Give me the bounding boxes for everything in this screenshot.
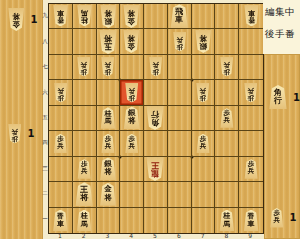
- board-cell[interactable]: [239, 106, 263, 131]
- board-cell[interactable]: [215, 131, 239, 156]
- board-cell[interactable]: 龍王: [144, 157, 168, 182]
- board-cell[interactable]: [73, 29, 97, 54]
- board-cell[interactable]: [120, 157, 144, 182]
- board-cell[interactable]: 玉将: [97, 29, 121, 54]
- board-cell[interactable]: [239, 55, 263, 80]
- shogi-piece-銀将[interactable]: 銀将: [100, 157, 117, 180]
- shogi-piece-銀将[interactable]: 銀将: [100, 5, 117, 28]
- board-cell[interactable]: [144, 4, 168, 29]
- shogi-piece-銀将[interactable]: 銀将: [195, 30, 212, 53]
- board-cell[interactable]: [239, 131, 263, 156]
- board-cell[interactable]: [168, 182, 192, 207]
- board-cell[interactable]: [168, 106, 192, 131]
- shogi-piece-桂馬[interactable]: 桂馬: [100, 107, 115, 129]
- shogi-piece-桂馬[interactable]: 桂馬: [77, 210, 92, 232]
- board-cell[interactable]: 銀将: [120, 106, 144, 131]
- shogi-piece-歩兵[interactable]: 歩兵: [196, 134, 210, 154]
- shogi-piece-角行[interactable]: 角行: [146, 106, 164, 130]
- board-cell[interactable]: [215, 80, 239, 105]
- shogi-piece-香車[interactable]: 香車: [244, 210, 259, 232]
- board-cell[interactable]: [215, 182, 239, 207]
- board-cell[interactable]: 桂馬: [73, 4, 97, 29]
- board-cell[interactable]: [73, 131, 97, 156]
- board-cell[interactable]: 桂馬: [73, 208, 97, 233]
- status-panel: 編集中 後手番: [263, 0, 300, 54]
- board-cell[interactable]: [239, 182, 263, 207]
- shogi-editor-screen: 金将1 歩兵1 九八七六五四三二一 香車桂馬銀将金将飛車香車玉将金将歩兵銀将歩兵…: [0, 0, 300, 239]
- board-cell[interactable]: 歩兵: [144, 55, 168, 80]
- board-cell[interactable]: 銀将: [192, 29, 216, 54]
- board-cell[interactable]: 歩兵: [215, 106, 239, 131]
- board-cell[interactable]: [215, 29, 239, 54]
- shogi-piece-金将[interactable]: 金将: [123, 30, 140, 53]
- board-cell[interactable]: [97, 80, 121, 105]
- board-cell[interactable]: 歩兵: [192, 131, 216, 156]
- board-cell[interactable]: 角行: [144, 106, 168, 131]
- board-cell[interactable]: 歩兵: [215, 55, 239, 80]
- shogi-piece-歩兵[interactable]: 歩兵: [77, 57, 91, 77]
- shogi-piece-歩兵[interactable]: 歩兵: [244, 83, 258, 103]
- shogi-piece-歩兵[interactable]: 歩兵: [244, 159, 258, 179]
- board-cell[interactable]: 香車: [49, 4, 73, 29]
- board-cell[interactable]: [49, 29, 73, 54]
- board-cell[interactable]: 歩兵: [239, 157, 263, 182]
- shogi-piece-歩兵[interactable]: 歩兵: [220, 57, 234, 77]
- board-cell[interactable]: [192, 4, 216, 29]
- board-cell[interactable]: 歩兵: [120, 80, 144, 105]
- board-cell[interactable]: [168, 80, 192, 105]
- board-cell[interactable]: [144, 182, 168, 207]
- shogi-piece-歩兵[interactable]: 歩兵: [196, 83, 210, 103]
- hand-piece-count: 1: [28, 128, 35, 139]
- board-cell[interactable]: [120, 182, 144, 207]
- board-cell[interactable]: 歩兵: [120, 131, 144, 156]
- board-cell[interactable]: [49, 182, 73, 207]
- board-cell[interactable]: 桂馬: [215, 208, 239, 233]
- board-cell[interactable]: [192, 55, 216, 80]
- board-cell[interactable]: 王将: [73, 182, 97, 207]
- sente-hand-slot-pawn[interactable]: 歩兵1: [8, 124, 34, 144]
- board-cell[interactable]: 歩兵: [73, 55, 97, 80]
- board-cell[interactable]: [192, 106, 216, 131]
- board-cell[interactable]: [144, 208, 168, 233]
- gote-hand-slot-bishop[interactable]: 角行1: [269, 85, 300, 109]
- board-cell[interactable]: 歩兵: [97, 131, 121, 156]
- board-cell[interactable]: [144, 80, 168, 105]
- board-cell[interactable]: 歩兵: [73, 157, 97, 182]
- hand-piece-count: 1: [293, 92, 300, 103]
- shogi-piece-歩兵[interactable]: 歩兵: [54, 134, 68, 154]
- board-cell[interactable]: [144, 29, 168, 54]
- board-cell[interactable]: 金将: [97, 182, 121, 207]
- board-cell[interactable]: [168, 157, 192, 182]
- shogi-piece-香車[interactable]: 香車: [244, 5, 259, 27]
- shogi-piece-歩兵[interactable]: 歩兵: [77, 159, 91, 179]
- board-cell[interactable]: [49, 157, 73, 182]
- status-turn: 後手番: [265, 28, 299, 41]
- shogi-piece-歩兵[interactable]: 歩兵: [101, 57, 115, 77]
- board-cell[interactable]: [49, 106, 73, 131]
- board-cell[interactable]: [192, 208, 216, 233]
- shogi-piece-歩兵[interactable]: 歩兵: [220, 108, 234, 128]
- file-labels: 123456789: [48, 232, 262, 239]
- board-cell[interactable]: [168, 131, 192, 156]
- board-cell[interactable]: [144, 131, 168, 156]
- board-cell[interactable]: [239, 29, 263, 54]
- shogi-piece-歩兵[interactable]: 歩兵: [149, 57, 163, 77]
- board-cell[interactable]: [168, 55, 192, 80]
- board-cell[interactable]: 桂馬: [97, 106, 121, 131]
- board-cell[interactable]: [120, 208, 144, 233]
- sente-hand-tray: 金将1 歩兵1: [0, 0, 43, 239]
- shogi-piece-桂馬[interactable]: 桂馬: [219, 210, 234, 232]
- board-cell[interactable]: 歩兵: [97, 55, 121, 80]
- board-cell[interactable]: 歩兵: [49, 80, 73, 105]
- shogi-piece-歩兵[interactable]: 歩兵: [101, 134, 115, 154]
- board-cell[interactable]: [73, 80, 97, 105]
- board-cell[interactable]: 歩兵: [192, 80, 216, 105]
- shogi-piece-金将[interactable]: 金将: [8, 8, 25, 31]
- shogi-piece-銀将[interactable]: 銀将: [123, 106, 140, 129]
- shogi-piece-角行[interactable]: 角行: [269, 85, 287, 109]
- board-cell[interactable]: 銀将: [97, 157, 121, 182]
- board-cell[interactable]: 歩兵: [239, 80, 263, 105]
- board-cell[interactable]: 金将: [120, 29, 144, 54]
- shogi-piece-香車[interactable]: 香車: [53, 210, 68, 232]
- shogi-piece-金将[interactable]: 金将: [100, 183, 117, 206]
- board-cell[interactable]: 香車: [49, 208, 73, 233]
- shogi-piece-歩兵[interactable]: 歩兵: [125, 134, 139, 154]
- shogi-piece-歩兵[interactable]: 歩兵: [173, 32, 187, 52]
- shogi-piece-歩兵[interactable]: 歩兵: [125, 83, 139, 103]
- board-cell[interactable]: [97, 208, 121, 233]
- board-cell[interactable]: [49, 55, 73, 80]
- board-cell[interactable]: [192, 182, 216, 207]
- status-editing: 編集中: [265, 6, 299, 19]
- board-cell[interactable]: [168, 208, 192, 233]
- gote-hand-slot-pawn[interactable]: 歩兵1: [270, 208, 296, 228]
- hand-piece-count: 1: [31, 14, 38, 25]
- shogi-piece-龍王[interactable]: 龍王: [146, 157, 164, 181]
- board-cell[interactable]: 金将: [120, 4, 144, 29]
- board-cell[interactable]: [215, 4, 239, 29]
- shogi-piece-桂馬[interactable]: 桂馬: [77, 5, 92, 27]
- board-cell[interactable]: [192, 157, 216, 182]
- gote-hand-tray: 角行1 歩兵1: [264, 54, 300, 239]
- board-cell[interactable]: 香車: [239, 4, 263, 29]
- shogi-piece-歩兵[interactable]: 歩兵: [54, 83, 68, 103]
- board-cell[interactable]: [73, 106, 97, 131]
- board-cell[interactable]: 歩兵: [49, 131, 73, 156]
- board-cell[interactable]: [120, 55, 144, 80]
- sente-hand-slot-gold[interactable]: 金将1: [8, 8, 37, 31]
- shogi-piece-飛車[interactable]: 飛車: [170, 4, 188, 28]
- hand-piece-count: 1: [290, 212, 297, 223]
- shogi-piece-歩兵[interactable]: 歩兵: [8, 124, 22, 144]
- shogi-board: 香車桂馬銀将金将飛車香車玉将金将歩兵銀将歩兵歩兵歩兵歩兵歩兵歩兵歩兵歩兵桂馬銀将…: [48, 3, 264, 234]
- board-cell[interactable]: 飛車: [168, 4, 192, 29]
- board-cell[interactable]: [215, 157, 239, 182]
- shogi-piece-玉将[interactable]: 玉将: [99, 30, 117, 54]
- board-cell[interactable]: 歩兵: [168, 29, 192, 54]
- shogi-piece-王将[interactable]: 王将: [75, 182, 93, 206]
- shogi-piece-金将[interactable]: 金将: [123, 5, 140, 28]
- shogi-piece-香車[interactable]: 香車: [53, 5, 68, 27]
- board-cell[interactable]: 香車: [239, 208, 263, 233]
- shogi-piece-歩兵[interactable]: 歩兵: [270, 208, 284, 228]
- board-cell[interactable]: 銀将: [97, 4, 121, 29]
